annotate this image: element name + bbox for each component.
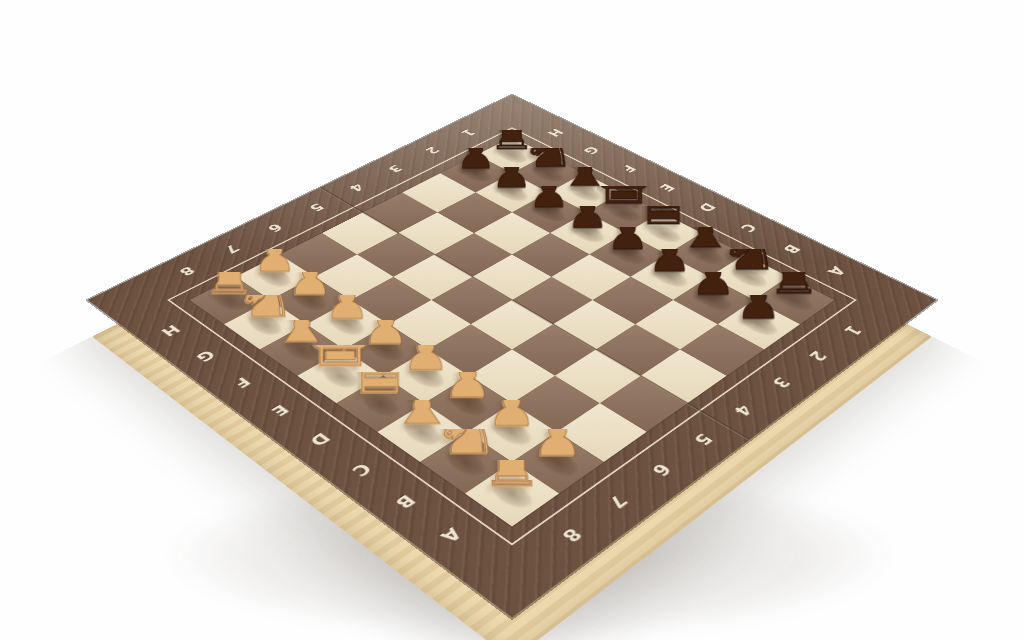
- rank-label-left: 7: [221, 242, 244, 255]
- rank-label-right: 7: [604, 492, 634, 512]
- piece-contact-shadow: [645, 263, 695, 291]
- piece-contact-shadow: [286, 286, 334, 315]
- chess-board: ♜♞♝♚♛♝♞♜♟♟♟♟♟♟♟♟♟♟♟♟♟♟♟♟♜♞♝♚♛♝♞♜ HH11GG2…: [88, 95, 937, 618]
- file-label-near: F: [229, 374, 255, 391]
- piece-contact-shadow: [769, 286, 820, 315]
- file-label-far: G: [580, 144, 603, 156]
- perspective-container: ♜♞♝♚♛♝♞♜♟♟♟♟♟♟♟♟♟♟♟♟♟♟♟♟♜♞♝♚♛♝♞♜ HH11GG2…: [0, 0, 1024, 640]
- piece-contact-shadow: [483, 474, 541, 514]
- rank-label-right: 1: [840, 323, 867, 338]
- file-label-near: A: [436, 524, 467, 546]
- piece-contact-shadow: [315, 359, 367, 392]
- file-label-far: D: [694, 201, 719, 214]
- file-label-far: F: [617, 163, 639, 174]
- piece-contact-shadow: [564, 220, 611, 246]
- square-g8[interactable]: ♞: [224, 300, 306, 349]
- file-label-near: E: [267, 402, 293, 419]
- product-photo-scene: ♜♞♝♚♛♝♞♜♟♟♟♟♟♟♟♟♟♟♟♟♟♟♟♟♜♞♝♚♛♝♞♜ HH11GG2…: [0, 0, 1024, 640]
- file-label-near: B: [390, 491, 420, 512]
- piece-contact-shadow: [441, 386, 495, 420]
- rank-label-left: 2: [422, 145, 443, 156]
- piece-contact-shadow: [733, 309, 785, 339]
- piece-contact-shadow: [454, 162, 498, 185]
- piece-contact-shadow: [681, 241, 730, 268]
- piece-contact-shadow: [490, 144, 533, 166]
- rank-label-right: 5: [690, 430, 719, 448]
- piece-contact-shadow: [530, 443, 587, 481]
- file-label-near: G: [192, 347, 219, 364]
- square-h8[interactable]: ♜: [190, 277, 271, 324]
- file-label-far: E: [656, 182, 679, 194]
- piece-contact-shadow: [241, 309, 290, 339]
- piece-contact-shadow: [724, 263, 774, 291]
- piece-contact-shadow: [400, 359, 452, 392]
- rank-label-right: 2: [805, 348, 832, 364]
- piece-contact-shadow: [526, 162, 570, 185]
- piece-contact-shadow: [688, 286, 739, 315]
- file-label-far: C: [736, 221, 760, 234]
- piece-contact-shadow: [252, 263, 299, 291]
- file-label-far: B: [779, 242, 804, 256]
- piece-contact-shadow: [604, 241, 652, 268]
- piece-contact-shadow: [323, 309, 372, 339]
- piece-contact-shadow: [361, 334, 412, 366]
- piece-contact-shadow: [277, 334, 327, 366]
- file-label-near: D: [305, 430, 334, 450]
- rank-label-left: 1: [458, 127, 479, 138]
- piece-contact-shadow: [485, 414, 540, 450]
- rank-label-left: 3: [385, 163, 407, 175]
- rank-label-right: 3: [768, 374, 796, 391]
- playing-area: ♜♞♝♚♛♝♞♜♟♟♟♟♟♟♟♟♟♟♟♟♟♟♟♟♜♞♝♚♛♝♞♜: [190, 137, 835, 526]
- file-label-near: H: [157, 322, 184, 339]
- piece-contact-shadow: [438, 443, 494, 481]
- file-label-near: C: [347, 460, 376, 480]
- file-label-far: H: [544, 127, 567, 139]
- rank-label-left: 8: [176, 264, 199, 278]
- piece-contact-shadow: [354, 386, 407, 420]
- piece-contact-shadow: [640, 220, 688, 246]
- rank-label-left: 4: [346, 182, 368, 194]
- piece-contact-shadow: [206, 286, 254, 315]
- file-label-far: A: [823, 264, 849, 279]
- piece-contact-shadow: [395, 414, 449, 450]
- rank-label-left: 6: [264, 221, 287, 234]
- rank-label-right: 6: [648, 460, 677, 479]
- piece-contact-shadow: [601, 200, 647, 225]
- rank-label-right: 4: [730, 402, 758, 420]
- piece-contact-shadow: [526, 200, 572, 225]
- rank-label-right: 8: [558, 525, 588, 546]
- piece-contact-shadow: [563, 181, 608, 205]
- square-a2[interactable]: ♟: [718, 300, 800, 349]
- piece-contact-shadow: [490, 181, 535, 205]
- rank-label-left: 5: [306, 201, 328, 213]
